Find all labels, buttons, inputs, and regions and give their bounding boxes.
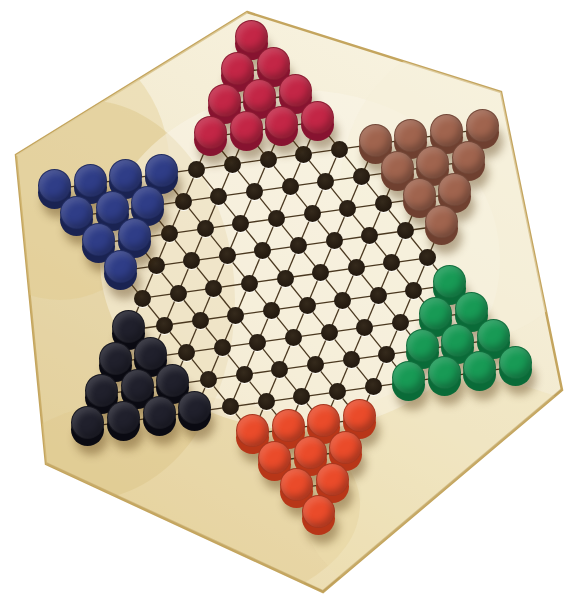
peg-blue[interactable] [96, 191, 129, 224]
hole-r11-c5[interactable] [249, 334, 266, 351]
peg-blue[interactable] [131, 186, 164, 219]
peg-orange[interactable] [343, 399, 376, 432]
peg-orange[interactable] [280, 468, 313, 501]
hole-r10-c5[interactable] [263, 302, 280, 319]
peg-blue[interactable] [118, 218, 151, 251]
hole-r7-c4[interactable] [197, 220, 214, 237]
peg-orange[interactable] [329, 431, 362, 464]
peg-green[interactable] [455, 292, 488, 325]
peg-brown[interactable] [359, 124, 392, 157]
hole-r11-c7[interactable] [321, 324, 338, 341]
hole-r8-c2[interactable] [148, 257, 165, 274]
hole-r11-c9[interactable] [392, 314, 409, 331]
peg-green[interactable] [406, 329, 439, 362]
hole-r9-c3[interactable] [205, 280, 222, 297]
hole-r12-c8[interactable] [343, 351, 360, 368]
hole-r5-c9[interactable] [331, 141, 348, 158]
hole-r8-c7[interactable] [326, 232, 343, 249]
peg-brown[interactable] [403, 178, 436, 211]
peg-red[interactable] [257, 47, 290, 80]
peg-red[interactable] [235, 20, 268, 53]
peg-black[interactable] [134, 337, 167, 370]
peg-red[interactable] [208, 84, 241, 117]
peg-brown[interactable] [466, 109, 499, 142]
hole-r9-c4[interactable] [241, 275, 258, 292]
peg-brown[interactable] [416, 146, 449, 179]
peg-black[interactable] [143, 396, 176, 429]
peg-green[interactable] [428, 356, 461, 389]
board-photo [0, 0, 585, 600]
peg-brown[interactable] [394, 119, 427, 152]
peg-blue[interactable] [60, 196, 93, 229]
peg-blue[interactable] [109, 159, 142, 192]
peg-brown[interactable] [425, 205, 458, 238]
hole-r7-c7[interactable] [304, 205, 321, 222]
peg-blue[interactable] [82, 223, 115, 256]
peg-green[interactable] [433, 265, 466, 298]
hole-r6-c7[interactable] [282, 178, 299, 195]
hole-r9-c5[interactable] [277, 270, 294, 287]
peg-orange[interactable] [302, 495, 335, 528]
hole-r10-c7[interactable] [334, 292, 351, 309]
hole-r5-c8[interactable] [295, 146, 312, 163]
peg-orange[interactable] [236, 414, 269, 447]
hole-r11-c8[interactable] [356, 319, 373, 336]
hole-r12-c7[interactable] [307, 356, 324, 373]
peg-black[interactable] [99, 342, 132, 375]
peg-brown[interactable] [452, 141, 485, 174]
hole-r12-c5[interactable] [236, 366, 253, 383]
hole-r9-c2[interactable] [170, 285, 187, 302]
hole-r6-c4[interactable] [175, 193, 192, 210]
peg-orange[interactable] [294, 436, 327, 469]
peg-orange[interactable] [307, 404, 340, 437]
hole-r10-c3[interactable] [192, 312, 209, 329]
hole-r10-c9[interactable] [405, 282, 422, 299]
star-grid [0, 0, 585, 600]
peg-black[interactable] [121, 369, 154, 402]
hole-r5-c7[interactable] [260, 151, 277, 168]
peg-green[interactable] [477, 319, 510, 352]
hole-r10-c2[interactable] [156, 317, 173, 334]
hole-r11-c3[interactable] [178, 344, 195, 361]
peg-blue[interactable] [104, 250, 137, 283]
hole-r13-c9[interactable] [365, 378, 382, 395]
peg-orange[interactable] [258, 441, 291, 474]
hole-r12-c4[interactable] [200, 371, 217, 388]
hole-r11-c4[interactable] [214, 339, 231, 356]
hole-r10-c8[interactable] [370, 287, 387, 304]
peg-orange[interactable] [272, 409, 305, 442]
peg-black[interactable] [112, 310, 145, 343]
peg-blue[interactable] [145, 154, 178, 187]
hole-r13-c6[interactable] [258, 393, 275, 410]
peg-orange[interactable] [316, 463, 349, 496]
hole-r6-c9[interactable] [353, 168, 370, 185]
peg-blue[interactable] [74, 164, 107, 197]
peg-brown[interactable] [430, 114, 463, 147]
peg-blue[interactable] [38, 169, 71, 202]
hole-r7-c9[interactable] [375, 195, 392, 212]
hole-r5-c6[interactable] [224, 156, 241, 173]
hole-r6-c6[interactable] [246, 183, 263, 200]
peg-brown[interactable] [381, 151, 414, 184]
hole-r10-c6[interactable] [299, 297, 316, 314]
peg-black[interactable] [85, 374, 118, 407]
hole-r11-c6[interactable] [285, 329, 302, 346]
hole-r9-c1[interactable] [134, 290, 151, 307]
hole-r10-c4[interactable] [227, 307, 244, 324]
